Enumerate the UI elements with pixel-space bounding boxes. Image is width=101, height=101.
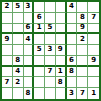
given-digit: 5	[37, 46, 42, 53]
given-digit: 5	[48, 24, 53, 31]
given-digit: 6	[37, 14, 42, 21]
cell-r8c7[interactable]	[67, 77, 78, 88]
cell-r2c7[interactable]	[67, 13, 78, 24]
given-digit: 3	[26, 3, 31, 10]
cell-r9c8[interactable]: 7	[77, 88, 88, 99]
cell-r6c9[interactable]: 9	[88, 56, 99, 67]
given-digit: 8	[15, 57, 20, 64]
cell-r5c3[interactable]	[24, 45, 35, 56]
given-digit: 1	[58, 68, 63, 75]
given-digit: 8	[26, 90, 31, 97]
given-digit: 8	[58, 79, 63, 86]
cell-r5c1[interactable]	[2, 45, 13, 56]
cell-r4c5[interactable]	[45, 34, 56, 45]
cell-r3c1[interactable]	[2, 24, 13, 35]
given-digit: 9	[80, 24, 85, 31]
cell-r7c3[interactable]	[24, 67, 35, 78]
cell-r7c9[interactable]	[88, 67, 99, 78]
cell-r4c6[interactable]	[56, 34, 67, 45]
cell-r8c8[interactable]	[77, 77, 88, 88]
sudoku-board: 2534687615994253986947187288371	[0, 0, 101, 101]
given-digit: 1	[91, 90, 96, 97]
cell-r8c9[interactable]	[88, 77, 99, 88]
cell-r5c6[interactable]: 9	[56, 45, 67, 56]
cell-r3c7[interactable]	[67, 24, 78, 35]
cell-r2c4[interactable]: 6	[34, 13, 45, 24]
cell-r9c2[interactable]	[13, 88, 24, 99]
cell-r5c4[interactable]: 5	[34, 45, 45, 56]
cell-r3c5[interactable]: 5	[45, 24, 56, 35]
cell-r7c6[interactable]: 1	[56, 67, 67, 78]
given-digit: 4	[69, 3, 74, 10]
given-digit: 2	[15, 79, 20, 86]
cell-r4c3[interactable]: 4	[24, 34, 35, 45]
cell-r9c4[interactable]	[34, 88, 45, 99]
given-digit: 7	[80, 90, 85, 97]
given-digit: 7	[4, 79, 9, 86]
cell-r2c1[interactable]	[2, 13, 13, 24]
cell-r7c5[interactable]: 7	[45, 67, 56, 78]
cell-r8c5[interactable]	[45, 77, 56, 88]
cell-r6c5[interactable]	[45, 56, 56, 67]
cell-r8c3[interactable]	[24, 77, 35, 88]
cell-r6c7[interactable]: 6	[67, 56, 78, 67]
cell-r2c9[interactable]: 7	[88, 13, 99, 24]
cell-r1c3[interactable]: 3	[24, 2, 35, 13]
cell-r8c2[interactable]: 2	[13, 77, 24, 88]
given-digit: 6	[69, 57, 74, 64]
given-digit: 9	[58, 46, 63, 53]
cell-r6c4[interactable]	[34, 56, 45, 67]
cell-r5c8[interactable]	[77, 45, 88, 56]
cell-r9c5[interactable]	[45, 88, 56, 99]
cell-r4c8[interactable]: 2	[77, 34, 88, 45]
given-digit: 6	[26, 24, 31, 31]
cell-r7c2[interactable]: 4	[13, 67, 24, 78]
cell-r4c9[interactable]	[88, 34, 99, 45]
cell-r9c3[interactable]: 8	[24, 88, 35, 99]
cell-r2c6[interactable]	[56, 13, 67, 24]
cell-r3c6[interactable]	[56, 24, 67, 35]
cell-r1c7[interactable]: 4	[67, 2, 78, 13]
cell-r6c3[interactable]	[24, 56, 35, 67]
given-digit: 9	[4, 36, 9, 43]
cell-r2c2[interactable]	[13, 13, 24, 24]
cell-r6c2[interactable]: 8	[13, 56, 24, 67]
cell-r7c7[interactable]: 8	[67, 67, 78, 78]
cell-r1c1[interactable]: 2	[2, 2, 13, 13]
cell-r3c9[interactable]	[88, 24, 99, 35]
cell-r1c6[interactable]	[56, 2, 67, 13]
cell-r5c7[interactable]	[67, 45, 78, 56]
cell-r8c4[interactable]	[34, 77, 45, 88]
cell-r9c7[interactable]: 3	[67, 88, 78, 99]
cell-r1c5[interactable]	[45, 2, 56, 13]
cell-r8c1[interactable]: 7	[2, 77, 13, 88]
given-digit: 4	[26, 36, 31, 43]
cell-r3c3[interactable]: 6	[24, 24, 35, 35]
given-digit: 1	[37, 24, 42, 31]
cell-r5c2[interactable]	[13, 45, 24, 56]
cell-r1c2[interactable]: 5	[13, 2, 24, 13]
cell-r6c6[interactable]	[56, 56, 67, 67]
given-digit: 4	[15, 68, 20, 75]
cell-r2c8[interactable]: 8	[77, 13, 88, 24]
cell-r6c1[interactable]	[2, 56, 13, 67]
given-digit: 3	[48, 46, 53, 53]
cell-r4c2[interactable]	[13, 34, 24, 45]
cell-r3c8[interactable]: 9	[77, 24, 88, 35]
cell-r4c7[interactable]	[67, 34, 78, 45]
cell-r9c6[interactable]	[56, 88, 67, 99]
cell-r9c9[interactable]: 1	[88, 88, 99, 99]
cell-r1c9[interactable]	[88, 2, 99, 13]
cell-r5c9[interactable]	[88, 45, 99, 56]
given-digit: 2	[4, 3, 9, 10]
given-digit: 7	[91, 14, 96, 21]
given-digit: 2	[80, 36, 85, 43]
cell-r2c3[interactable]	[24, 13, 35, 24]
cell-r6c8[interactable]	[77, 56, 88, 67]
cell-r3c2[interactable]	[13, 24, 24, 35]
given-digit: 9	[91, 57, 96, 64]
cell-r5c5[interactable]: 3	[45, 45, 56, 56]
cell-r8c6[interactable]: 8	[56, 77, 67, 88]
given-digit: 5	[15, 3, 20, 10]
cell-r7c8[interactable]	[77, 67, 88, 78]
given-digit: 7	[48, 68, 53, 75]
given-digit: 8	[80, 14, 85, 21]
given-digit: 8	[69, 68, 74, 75]
cell-r2c5[interactable]	[45, 13, 56, 24]
cell-r7c1[interactable]	[2, 67, 13, 78]
given-digit: 3	[69, 90, 74, 97]
cell-r1c4[interactable]	[34, 2, 45, 13]
cell-r7c4[interactable]	[34, 67, 45, 78]
cell-r3c4[interactable]: 1	[34, 24, 45, 35]
cell-r9c1[interactable]	[2, 88, 13, 99]
cell-r4c4[interactable]	[34, 34, 45, 45]
cell-r1c8[interactable]	[77, 2, 88, 13]
cell-r4c1[interactable]: 9	[2, 34, 13, 45]
